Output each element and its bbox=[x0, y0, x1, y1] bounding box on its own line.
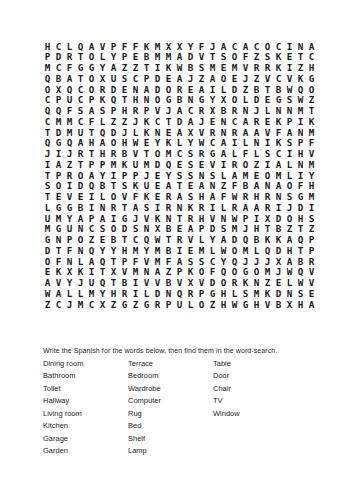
grid-cell: M bbox=[86, 288, 97, 299]
grid-cell: Q bbox=[229, 256, 240, 267]
grid-cell: R bbox=[196, 202, 207, 213]
grid-cell: R bbox=[185, 288, 196, 299]
grid-cell: F bbox=[119, 41, 130, 52]
grid-cell: F bbox=[130, 41, 141, 52]
grid-cell: T bbox=[119, 95, 130, 106]
grid-cell: T bbox=[174, 181, 185, 192]
grid-cell: V bbox=[207, 213, 218, 224]
grid-cell: N bbox=[207, 181, 218, 192]
grid-cell: D bbox=[119, 224, 130, 235]
grid-cell: T bbox=[207, 52, 218, 63]
grid-cell: K bbox=[273, 138, 284, 149]
grid-cell: P bbox=[163, 299, 174, 310]
grid-cell: R bbox=[229, 278, 240, 289]
grid-cell: P bbox=[64, 235, 75, 246]
grid-cell: C bbox=[86, 224, 97, 235]
grid-cell: A bbox=[97, 213, 108, 224]
grid-cell: X bbox=[273, 256, 284, 267]
grid-cell: D bbox=[53, 52, 64, 63]
grid-cell: M bbox=[42, 224, 53, 235]
grid-cell: T bbox=[86, 149, 97, 160]
grid-cell: T bbox=[306, 106, 317, 117]
grid-cell: A bbox=[185, 116, 196, 127]
grid-cell: R bbox=[251, 63, 262, 74]
grid-cell: Q bbox=[218, 267, 229, 278]
grid-cell: Q bbox=[64, 84, 75, 95]
grid-cell: V bbox=[207, 159, 218, 170]
grid-cell: S bbox=[185, 192, 196, 203]
grid-cell: Z bbox=[196, 73, 207, 84]
grid-cell: M bbox=[273, 170, 284, 181]
grid-cell: V bbox=[306, 278, 317, 289]
grid-cell: W bbox=[229, 192, 240, 203]
grid-cell: P bbox=[119, 170, 130, 181]
grid-cell: S bbox=[218, 52, 229, 63]
grid-cell: S bbox=[174, 170, 185, 181]
grid-cell: B bbox=[185, 63, 196, 74]
grid-cell: P bbox=[97, 159, 108, 170]
grid-cell: W bbox=[196, 138, 207, 149]
grid-cell: S bbox=[207, 170, 218, 181]
grid-cell: X bbox=[53, 84, 64, 95]
grid-cell: Z bbox=[306, 95, 317, 106]
grid-cell: A bbox=[196, 181, 207, 192]
grid-cell: E bbox=[141, 138, 152, 149]
grid-cell: K bbox=[163, 138, 174, 149]
grid-cell: Q bbox=[42, 138, 53, 149]
grid-cell: U bbox=[86, 278, 97, 289]
grid-cell: N bbox=[284, 288, 295, 299]
grid-cell: I bbox=[207, 84, 218, 95]
grid-cell: S bbox=[306, 213, 317, 224]
grid-cell: M bbox=[163, 52, 174, 63]
grid-cell: B bbox=[163, 278, 174, 289]
grid-cell: R bbox=[119, 288, 130, 299]
grid-cell: P bbox=[174, 267, 185, 278]
grid-cell: K bbox=[185, 202, 196, 213]
grid-cell: Z bbox=[130, 299, 141, 310]
grid-cell: S bbox=[218, 224, 229, 235]
grid-cell: V bbox=[196, 278, 207, 289]
grid-cell: Y bbox=[218, 256, 229, 267]
grid-cell: Y bbox=[185, 138, 196, 149]
grid-cell: A bbox=[174, 52, 185, 63]
grid-cell: K bbox=[141, 127, 152, 138]
grid-cell: M bbox=[130, 245, 141, 256]
grid-cell: R bbox=[97, 84, 108, 95]
grid-cell: G bbox=[207, 149, 218, 160]
grid-cell: M bbox=[130, 267, 141, 278]
grid-cell: L bbox=[251, 245, 262, 256]
grid-cell: O bbox=[229, 267, 240, 278]
grid-cell: V bbox=[64, 192, 75, 203]
grid-cell: K bbox=[185, 267, 196, 278]
grid-cell: R bbox=[130, 106, 141, 117]
grid-cell: A bbox=[108, 63, 119, 74]
grid-cell: W bbox=[152, 235, 163, 246]
grid-cell: S bbox=[196, 256, 207, 267]
grid-cell: C bbox=[229, 116, 240, 127]
grid-cell: J bbox=[42, 149, 53, 160]
grid-cell: F bbox=[306, 138, 317, 149]
grid-cell: N bbox=[251, 278, 262, 289]
grid-cell: E bbox=[75, 192, 86, 203]
grid-cell: B bbox=[119, 149, 130, 160]
grid-cell: P bbox=[141, 73, 152, 84]
grid-cell: I bbox=[86, 267, 97, 278]
grid-cell: J bbox=[262, 256, 273, 267]
grid-cell: C bbox=[53, 63, 64, 74]
grid-cell: Q bbox=[64, 138, 75, 149]
grid-cell: L bbox=[42, 202, 53, 213]
grid-cell: A bbox=[130, 202, 141, 213]
grid-cell: E bbox=[218, 63, 229, 74]
grid-cell: V bbox=[306, 149, 317, 160]
grid-cell: Y bbox=[64, 213, 75, 224]
grid-cell: M bbox=[141, 159, 152, 170]
grid-cell: O bbox=[53, 181, 64, 192]
grid-cell: E bbox=[262, 116, 273, 127]
grid-cell: S bbox=[185, 256, 196, 267]
grid-cell: B bbox=[97, 181, 108, 192]
grid-cell: C bbox=[130, 73, 141, 84]
word-list-column-1: Dining roomBathroomToiletHallwayLiving r… bbox=[43, 358, 83, 458]
grid-cell: R bbox=[229, 202, 240, 213]
grid-cell: M bbox=[108, 159, 119, 170]
grid-cell: I bbox=[64, 181, 75, 192]
grid-cell: R bbox=[75, 149, 86, 160]
grid-cell: A bbox=[196, 84, 207, 95]
grid-cell: O bbox=[240, 159, 251, 170]
grid-cell: C bbox=[273, 149, 284, 160]
grid-cell: A bbox=[218, 149, 229, 160]
grid-cell: G bbox=[141, 299, 152, 310]
grid-cell: E bbox=[152, 192, 163, 203]
grid-cell: C bbox=[174, 149, 185, 160]
grid-cell: M bbox=[152, 41, 163, 52]
grid-cell: U bbox=[130, 159, 141, 170]
grid-cell: B bbox=[251, 84, 262, 95]
grid-cell: W bbox=[229, 213, 240, 224]
grid-cell: N bbox=[218, 213, 229, 224]
grid-cell: V bbox=[262, 127, 273, 138]
grid-cell: W bbox=[284, 267, 295, 278]
grid-cell: B bbox=[108, 235, 119, 246]
grid-cell: C bbox=[42, 116, 53, 127]
grid-cell: S bbox=[262, 52, 273, 63]
grid-cell: O bbox=[284, 213, 295, 224]
grid-cell: E bbox=[97, 235, 108, 246]
word-list-item: Rug bbox=[128, 408, 161, 420]
word-list-item: TV bbox=[213, 395, 240, 407]
grid-cell: A bbox=[86, 41, 97, 52]
grid-cell: K bbox=[141, 116, 152, 127]
grid-cell: O bbox=[196, 299, 207, 310]
grid-cell: T bbox=[42, 127, 53, 138]
grid-cell: E bbox=[229, 73, 240, 84]
grid-cell: L bbox=[185, 299, 196, 310]
grid-cell: L bbox=[174, 138, 185, 149]
grid-cell: L bbox=[284, 159, 295, 170]
grid-cell: M bbox=[196, 245, 207, 256]
grid-cell: X bbox=[262, 213, 273, 224]
grid-cell: G bbox=[86, 63, 97, 74]
grid-cell: W bbox=[295, 278, 306, 289]
grid-cell: W bbox=[130, 138, 141, 149]
grid-cell: I bbox=[152, 63, 163, 74]
grid-cell: O bbox=[218, 73, 229, 84]
grid-cell: I bbox=[42, 159, 53, 170]
grid-cell: L bbox=[64, 41, 75, 52]
grid-cell: Z bbox=[108, 299, 119, 310]
grid-cell: K bbox=[141, 41, 152, 52]
grid-cell: W bbox=[218, 245, 229, 256]
grid-cell: A bbox=[207, 192, 218, 203]
grid-cell: B bbox=[273, 224, 284, 235]
grid-cell: I bbox=[218, 159, 229, 170]
grid-cell: T bbox=[119, 202, 130, 213]
grid-cell: C bbox=[273, 73, 284, 84]
grid-cell: Y bbox=[64, 278, 75, 289]
grid-cell: H bbox=[196, 213, 207, 224]
grid-cell: D bbox=[108, 84, 119, 95]
grid-cell: L bbox=[284, 170, 295, 181]
word-list-item: Dining room bbox=[43, 358, 83, 370]
grid-cell: L bbox=[262, 106, 273, 117]
word-list-item: Table bbox=[213, 358, 240, 370]
grid-cell: W bbox=[229, 299, 240, 310]
grid-cell: O bbox=[42, 256, 53, 267]
grid-cell: Y bbox=[97, 288, 108, 299]
grid-cell: O bbox=[196, 267, 207, 278]
grid-cell: S bbox=[42, 181, 53, 192]
grid-cell: T bbox=[163, 235, 174, 246]
grid-cell: O bbox=[86, 52, 97, 63]
grid-cell: V bbox=[119, 192, 130, 203]
grid-cell: A bbox=[174, 73, 185, 84]
grid-cell: Z bbox=[284, 224, 295, 235]
grid-cell: R bbox=[229, 127, 240, 138]
grid-cell: E bbox=[196, 159, 207, 170]
grid-cell: B bbox=[174, 95, 185, 106]
grid-cell: L bbox=[218, 202, 229, 213]
grid-cell: N bbox=[64, 256, 75, 267]
grid-cell: R bbox=[108, 202, 119, 213]
grid-cell: J bbox=[130, 213, 141, 224]
grid-cell: V bbox=[97, 41, 108, 52]
grid-cell: D bbox=[152, 73, 163, 84]
grid-cell: P bbox=[108, 106, 119, 117]
grid-cell: N bbox=[163, 213, 174, 224]
grid-cell: G bbox=[273, 95, 284, 106]
grid-cell: H bbox=[130, 95, 141, 106]
grid-cell: Y bbox=[97, 170, 108, 181]
grid-cell: T bbox=[295, 245, 306, 256]
grid-cell: J bbox=[251, 256, 262, 267]
grid-cell: X bbox=[152, 224, 163, 235]
grid-cell: S bbox=[284, 192, 295, 203]
grid-cell: G bbox=[295, 192, 306, 203]
grid-cell: F bbox=[130, 192, 141, 203]
grid-cell: S bbox=[185, 170, 196, 181]
grid-cell: H bbox=[251, 192, 262, 203]
grid-cell: N bbox=[53, 235, 64, 246]
grid-cell: M bbox=[229, 63, 240, 74]
grid-cell: N bbox=[97, 202, 108, 213]
grid-cell: R bbox=[306, 256, 317, 267]
grid-cell: H bbox=[42, 41, 53, 52]
grid-cell: X bbox=[218, 95, 229, 106]
grid-cell: R bbox=[229, 159, 240, 170]
grid-cell: A bbox=[64, 73, 75, 84]
grid-cell: D bbox=[152, 84, 163, 95]
grid-cell: T bbox=[42, 192, 53, 203]
grid-cell: N bbox=[185, 95, 196, 106]
word-list-column-3: TableDoorChairTVWindow bbox=[213, 358, 240, 420]
grid-cell: W bbox=[42, 288, 53, 299]
grid-cell: Q bbox=[174, 288, 185, 299]
grid-cell: E bbox=[152, 181, 163, 192]
grid-cell: A bbox=[174, 106, 185, 117]
grid-cell: Y bbox=[152, 138, 163, 149]
grid-cell: Z bbox=[108, 116, 119, 127]
grid-cell: O bbox=[262, 41, 273, 52]
grid-cell: S bbox=[141, 202, 152, 213]
grid-cell: R bbox=[262, 63, 273, 74]
grid-cell: N bbox=[284, 106, 295, 117]
grid-cell: M bbox=[42, 63, 53, 74]
grid-cell: L bbox=[240, 95, 251, 106]
grid-cell: P bbox=[86, 95, 97, 106]
grid-cell: M bbox=[64, 127, 75, 138]
grid-cell: O bbox=[229, 52, 240, 63]
grid-cell: R bbox=[163, 202, 174, 213]
grid-cell: A bbox=[86, 256, 97, 267]
grid-cell: N bbox=[163, 288, 174, 299]
grid-cell: X bbox=[284, 299, 295, 310]
grid-cell: B bbox=[251, 235, 262, 246]
grid-cell: J bbox=[130, 116, 141, 127]
word-list-item: Door bbox=[213, 370, 240, 382]
grid-cell: E bbox=[207, 116, 218, 127]
grid-cell: A bbox=[75, 213, 86, 224]
grid-cell: S bbox=[240, 288, 251, 299]
grid-cell: Y bbox=[306, 170, 317, 181]
grid-cell: K bbox=[130, 181, 141, 192]
grid-cell: Q bbox=[295, 267, 306, 278]
grid-cell: A bbox=[152, 267, 163, 278]
grid-cell: C bbox=[273, 41, 284, 52]
grid-cell: D bbox=[207, 224, 218, 235]
grid-cell: O bbox=[152, 149, 163, 160]
grid-cell: M bbox=[53, 116, 64, 127]
grid-cell: A bbox=[86, 106, 97, 117]
grid-cell: F bbox=[273, 127, 284, 138]
grid-cell: F bbox=[64, 63, 75, 74]
grid-cell: V bbox=[141, 278, 152, 289]
grid-cell: L bbox=[196, 235, 207, 246]
grid-cell: V bbox=[306, 267, 317, 278]
grid-cell: K bbox=[273, 235, 284, 246]
grid-cell: A bbox=[240, 41, 251, 52]
grid-cell: A bbox=[251, 181, 262, 192]
grid-cell: T bbox=[108, 181, 119, 192]
grid-cell: V bbox=[196, 127, 207, 138]
grid-cell: Q bbox=[108, 95, 119, 106]
grid-cell: H bbox=[251, 299, 262, 310]
grid-cell: E bbox=[251, 170, 262, 181]
grid-cell: F bbox=[130, 256, 141, 267]
grid-cell: O bbox=[42, 84, 53, 95]
grid-cell: H bbox=[119, 106, 130, 117]
grid-cell: L bbox=[64, 288, 75, 299]
grid-cell: Z bbox=[262, 278, 273, 289]
grid-cell: C bbox=[42, 95, 53, 106]
grid-cell: F bbox=[240, 52, 251, 63]
grid-cell: A bbox=[207, 73, 218, 84]
grid-cell: O bbox=[152, 95, 163, 106]
grid-cell: E bbox=[163, 73, 174, 84]
grid-cell: V bbox=[152, 278, 163, 289]
grid-cell: D bbox=[185, 52, 196, 63]
grid-cell: F bbox=[86, 116, 97, 127]
grid-cell: D bbox=[229, 235, 240, 246]
grid-cell: A bbox=[251, 202, 262, 213]
grid-cell: K bbox=[75, 267, 86, 278]
grid-cell: N bbox=[240, 106, 251, 117]
grid-cell: X bbox=[207, 106, 218, 117]
grid-cell: K bbox=[262, 288, 273, 299]
grid-cell: A bbox=[86, 170, 97, 181]
grid-cell: R bbox=[240, 192, 251, 203]
grid-cell: F bbox=[229, 181, 240, 192]
grid-cell: R bbox=[108, 149, 119, 160]
grid-cell: S bbox=[97, 106, 108, 117]
grid-cell: O bbox=[284, 181, 295, 192]
grid-cell: S bbox=[185, 149, 196, 160]
grid-cell: P bbox=[284, 116, 295, 127]
grid-cell: L bbox=[218, 170, 229, 181]
grid-cell: F bbox=[53, 256, 64, 267]
grid-cell: O bbox=[262, 170, 273, 181]
grid-cell: N bbox=[295, 159, 306, 170]
grid-cell: Z bbox=[130, 63, 141, 74]
grid-cell: X bbox=[64, 267, 75, 278]
grid-cell: P bbox=[196, 288, 207, 299]
grid-cell: M bbox=[306, 127, 317, 138]
grid-cell: U bbox=[64, 224, 75, 235]
word-list-column-2: TerraceBedroomWardrobeComputerRugBedShel… bbox=[128, 358, 161, 458]
grid-cell: O bbox=[108, 192, 119, 203]
grid-cell: B bbox=[163, 245, 174, 256]
grid-cell: Z bbox=[163, 267, 174, 278]
grid-cell: G bbox=[196, 95, 207, 106]
grid-cell: A bbox=[174, 256, 185, 267]
grid-cell: A bbox=[240, 116, 251, 127]
word-list-item: Bathroom bbox=[43, 370, 83, 382]
grid-cell: M bbox=[306, 192, 317, 203]
grid-cell: C bbox=[251, 41, 262, 52]
grid-cell: H bbox=[119, 245, 130, 256]
grid-cell: W bbox=[295, 95, 306, 106]
grid-cell: M bbox=[207, 63, 218, 74]
grid-cell: K bbox=[295, 73, 306, 84]
grid-cell: M bbox=[240, 170, 251, 181]
grid-cell: R bbox=[229, 106, 240, 117]
grid-cell: S bbox=[119, 181, 130, 192]
grid-cell: R bbox=[64, 170, 75, 181]
grid-cell: Q bbox=[163, 159, 174, 170]
